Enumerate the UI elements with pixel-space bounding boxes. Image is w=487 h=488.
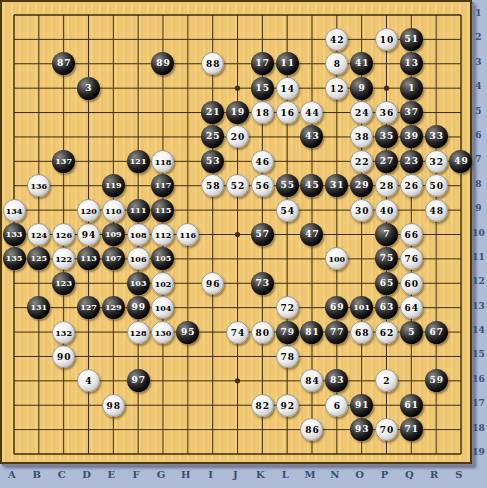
stone-black-71-q18[interactable]: 71 xyxy=(400,418,423,441)
stone-white-18-k5[interactable]: 18 xyxy=(251,101,274,124)
stone-black-1-q4[interactable]: 1 xyxy=(400,77,423,100)
stone-white-90-c15[interactable]: 90 xyxy=(52,345,75,368)
stone-white-110-e9[interactable]: 110 xyxy=(102,199,125,222)
go-board[interactable]: 1234567891011121314151617181920212223242… xyxy=(0,0,472,464)
stone-black-23-q7[interactable]: 23 xyxy=(400,150,423,173)
stone-black-95-h14[interactable]: 95 xyxy=(176,321,199,344)
stone-white-16-l5[interactable]: 16 xyxy=(276,101,299,124)
row-label-19: 19 xyxy=(470,447,487,457)
stone-black-65-p12[interactable]: 65 xyxy=(375,272,398,295)
stone-black-67-r14[interactable]: 67 xyxy=(425,321,448,344)
stone-white-46-k7[interactable]: 46 xyxy=(251,150,274,173)
column-label-g: G xyxy=(157,469,166,480)
star-point-p4 xyxy=(384,86,389,91)
stone-white-70-p18[interactable]: 70 xyxy=(375,418,398,441)
stone-black-7-p10[interactable]: 7 xyxy=(375,223,398,246)
stone-white-80-k14[interactable]: 80 xyxy=(251,321,274,344)
stone-white-56-k8[interactable]: 56 xyxy=(251,174,274,197)
row-label-2: 2 xyxy=(470,32,487,42)
stone-white-66-q10[interactable]: 66 xyxy=(400,223,423,246)
column-label-a: A xyxy=(8,469,16,480)
stone-black-133-a10[interactable]: 133 xyxy=(3,223,26,246)
stone-white-120-d9[interactable]: 120 xyxy=(77,199,100,222)
column-label-q: Q xyxy=(405,469,414,480)
stone-white-130-g14[interactable]: 130 xyxy=(151,321,174,344)
stone-white-96-i12[interactable]: 96 xyxy=(201,272,224,295)
stone-black-115-g9[interactable]: 115 xyxy=(151,199,174,222)
stone-black-55-l8[interactable]: 55 xyxy=(276,174,299,197)
stone-black-135-a11[interactable]: 135 xyxy=(3,247,26,270)
stone-black-57-k10[interactable]: 57 xyxy=(251,223,274,246)
stone-white-50-r8[interactable]: 50 xyxy=(425,174,448,197)
stone-white-132-c14[interactable]: 132 xyxy=(52,321,75,344)
stone-white-78-l15[interactable]: 78 xyxy=(276,345,299,368)
stone-white-30-o9[interactable]: 30 xyxy=(350,199,373,222)
column-label-d: D xyxy=(82,469,91,480)
row-label-15: 15 xyxy=(470,349,487,359)
column-label-k: K xyxy=(256,469,265,480)
stone-white-82-k17[interactable]: 82 xyxy=(251,394,274,417)
stone-black-61-q17[interactable]: 61 xyxy=(400,394,423,417)
stone-black-13-q3[interactable]: 13 xyxy=(400,52,423,75)
row-label-11: 11 xyxy=(470,252,487,262)
column-label-c: C xyxy=(58,469,66,480)
stone-white-74-j14[interactable]: 74 xyxy=(226,321,249,344)
stone-white-128-f14[interactable]: 128 xyxy=(127,321,150,344)
stone-black-27-p7[interactable]: 27 xyxy=(375,150,398,173)
stone-black-17-k3[interactable]: 17 xyxy=(251,52,274,75)
stone-white-36-p5[interactable]: 36 xyxy=(375,101,398,124)
column-label-f: F xyxy=(133,469,140,480)
stone-white-40-p9[interactable]: 40 xyxy=(375,199,398,222)
row-label-13: 13 xyxy=(470,301,487,311)
stone-white-126-c10[interactable]: 126 xyxy=(52,223,75,246)
stone-black-53-i7[interactable]: 53 xyxy=(201,150,224,173)
row-label-10: 10 xyxy=(470,228,487,238)
row-label-4: 4 xyxy=(470,81,487,91)
stone-white-32-r7[interactable]: 32 xyxy=(425,150,448,173)
stone-white-64-q13[interactable]: 64 xyxy=(400,296,423,319)
stone-black-33-r6[interactable]: 33 xyxy=(425,125,448,148)
stone-white-98-e17[interactable]: 98 xyxy=(102,394,125,417)
stone-white-54-l9[interactable]: 54 xyxy=(276,199,299,222)
stone-white-6-n17[interactable]: 6 xyxy=(325,394,348,417)
stone-black-15-k4[interactable]: 15 xyxy=(251,77,274,100)
row-label-1: 1 xyxy=(470,8,487,18)
stone-white-72-l13[interactable]: 72 xyxy=(276,296,299,319)
stone-black-73-k12[interactable]: 73 xyxy=(251,272,274,295)
stone-white-92-l17[interactable]: 92 xyxy=(276,394,299,417)
column-label-i: I xyxy=(208,469,213,480)
row-label-7: 7 xyxy=(470,154,487,164)
star-point-j10 xyxy=(235,232,240,237)
stone-black-103-f12[interactable]: 103 xyxy=(127,272,150,295)
column-label-e: E xyxy=(108,469,116,480)
row-label-8: 8 xyxy=(470,179,487,189)
column-label-r: R xyxy=(430,469,438,480)
stone-white-10-p2[interactable]: 10 xyxy=(375,28,398,51)
stone-black-79-l14[interactable]: 79 xyxy=(276,321,299,344)
stone-black-121-f7[interactable]: 121 xyxy=(127,150,150,173)
column-label-m: M xyxy=(304,469,315,480)
stone-black-9-o4[interactable]: 9 xyxy=(350,77,373,100)
stone-black-51-q2[interactable]: 51 xyxy=(400,28,423,51)
stone-white-108-f10[interactable]: 108 xyxy=(127,223,150,246)
stone-white-134-a9[interactable]: 134 xyxy=(3,199,26,222)
row-label-12: 12 xyxy=(470,276,487,286)
stone-black-81-m14[interactable]: 81 xyxy=(300,321,323,344)
stone-black-123-c12[interactable]: 123 xyxy=(52,272,75,295)
go-game-record-viewer: 1234567891011121314151617181920212223242… xyxy=(0,0,487,488)
star-point-j16 xyxy=(235,378,240,383)
row-label-17: 17 xyxy=(470,398,487,408)
row-label-14: 14 xyxy=(470,325,487,335)
stone-black-5-q14[interactable]: 5 xyxy=(400,321,423,344)
stone-white-60-q12[interactable]: 60 xyxy=(400,272,423,295)
stone-white-62-p14[interactable]: 62 xyxy=(375,321,398,344)
stone-black-59-r16[interactable]: 59 xyxy=(425,369,448,392)
stone-black-3-d4[interactable]: 3 xyxy=(77,77,100,100)
stone-white-106-f11[interactable]: 106 xyxy=(127,247,150,270)
row-label-5: 5 xyxy=(470,106,487,116)
column-label-b: B xyxy=(33,469,41,480)
row-label-6: 6 xyxy=(470,130,487,140)
stone-white-14-l4[interactable]: 14 xyxy=(276,77,299,100)
column-label-o: O xyxy=(355,469,364,480)
stone-black-99-f13[interactable]: 99 xyxy=(127,296,150,319)
column-label-j: J xyxy=(233,469,238,480)
stone-black-97-f16[interactable]: 97 xyxy=(127,369,150,392)
stone-black-19-j5[interactable]: 19 xyxy=(226,101,249,124)
stone-black-91-o17[interactable]: 91 xyxy=(350,394,373,417)
stone-black-127-d13[interactable]: 127 xyxy=(77,296,100,319)
stone-black-77-n14[interactable]: 77 xyxy=(325,321,348,344)
stone-black-137-c7[interactable]: 137 xyxy=(52,150,75,173)
stone-black-129-e13[interactable]: 129 xyxy=(102,296,125,319)
column-label-s: S xyxy=(455,469,462,480)
row-label-18: 18 xyxy=(470,423,487,433)
column-label-n: N xyxy=(330,469,339,480)
stone-white-26-q8[interactable]: 26 xyxy=(400,174,423,197)
row-label-3: 3 xyxy=(470,57,487,67)
column-label-h: H xyxy=(181,469,190,480)
stone-black-11-l3[interactable]: 11 xyxy=(276,52,299,75)
column-label-l: L xyxy=(282,469,289,480)
stone-white-68-o14[interactable]: 68 xyxy=(350,321,373,344)
stone-black-37-q5[interactable]: 37 xyxy=(400,101,423,124)
row-label-16: 16 xyxy=(470,374,487,384)
stone-black-63-p13[interactable]: 63 xyxy=(375,296,398,319)
stone-white-22-o7[interactable]: 22 xyxy=(350,150,373,173)
stone-black-109-e10[interactable]: 109 xyxy=(102,223,125,246)
stone-white-48-r9[interactable]: 48 xyxy=(425,199,448,222)
stone-black-119-e8[interactable]: 119 xyxy=(102,174,125,197)
stone-white-12-n4[interactable]: 12 xyxy=(325,77,348,100)
row-label-9: 9 xyxy=(470,203,487,213)
stone-black-111-f9[interactable]: 111 xyxy=(127,199,150,222)
column-label-p: P xyxy=(381,469,389,480)
star-point-j4 xyxy=(235,86,240,91)
stone-white-94-d10[interactable]: 94 xyxy=(77,223,100,246)
